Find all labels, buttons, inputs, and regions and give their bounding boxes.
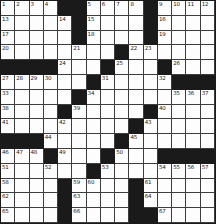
white-cell[interactable] <box>172 45 186 60</box>
white-cell[interactable] <box>172 16 186 31</box>
white-cell[interactable] <box>44 208 58 223</box>
white-cell[interactable] <box>201 193 215 208</box>
clue-number: 64 <box>145 193 152 199</box>
white-cell[interactable] <box>129 149 143 164</box>
white-cell[interactable] <box>101 134 115 149</box>
black-cell <box>72 1 86 16</box>
white-cell[interactable] <box>87 45 101 60</box>
white-cell[interactable]: 13 <box>1 16 15 31</box>
white-cell[interactable]: 2 <box>15 1 29 16</box>
clue-number: 55 <box>173 164 180 170</box>
clue-number: 62 <box>2 193 9 199</box>
black-cell <box>115 45 129 60</box>
white-cell[interactable] <box>129 60 143 75</box>
white-cell[interactable] <box>186 16 200 31</box>
white-cell[interactable]: 58 <box>1 179 15 194</box>
white-cell[interactable]: 7 <box>115 1 129 16</box>
black-cell <box>1 60 15 75</box>
white-cell[interactable] <box>15 105 29 120</box>
white-cell[interactable]: 66 <box>72 208 86 223</box>
white-cell[interactable] <box>172 105 186 120</box>
clue-number: 63 <box>73 193 80 199</box>
white-cell[interactable] <box>172 31 186 46</box>
clue-number: 38 <box>2 105 9 111</box>
white-cell[interactable] <box>158 90 172 105</box>
white-cell[interactable] <box>30 193 44 208</box>
black-cell <box>30 134 44 149</box>
clue-number: 2 <box>16 1 19 7</box>
white-cell[interactable]: 57 <box>201 164 215 179</box>
clue-number: 41 <box>2 119 9 125</box>
clue-number: 50 <box>116 149 123 155</box>
clue-number: 42 <box>59 119 66 125</box>
clue-number: 61 <box>145 179 152 185</box>
white-cell[interactable] <box>101 90 115 105</box>
white-cell[interactable] <box>115 105 129 120</box>
clue-number: 67 <box>159 208 166 214</box>
black-cell <box>201 149 215 164</box>
white-cell[interactable] <box>44 179 58 194</box>
clue-number: 60 <box>88 179 95 185</box>
white-cell[interactable] <box>186 31 200 46</box>
black-cell <box>87 164 101 179</box>
clue-number: 59 <box>73 179 80 185</box>
black-cell <box>144 31 158 46</box>
black-cell <box>129 193 143 208</box>
white-cell[interactable] <box>144 90 158 105</box>
white-cell[interactable] <box>158 179 172 194</box>
white-cell[interactable] <box>144 134 158 149</box>
white-cell[interactable]: 67 <box>158 208 172 223</box>
white-cell[interactable] <box>172 134 186 149</box>
white-cell[interactable]: 30 <box>44 75 58 90</box>
white-cell[interactable] <box>87 60 101 75</box>
black-cell <box>186 75 200 90</box>
white-cell[interactable]: 20 <box>1 45 15 60</box>
white-cell[interactable]: 37 <box>201 90 215 105</box>
white-cell[interactable]: 24 <box>58 60 72 75</box>
white-cell[interactable] <box>58 31 72 46</box>
white-cell[interactable] <box>115 75 129 90</box>
white-cell[interactable]: 39 <box>72 105 86 120</box>
white-cell[interactable] <box>201 208 215 223</box>
white-cell[interactable]: 26 <box>172 60 186 75</box>
clue-number: 18 <box>88 31 95 37</box>
white-cell[interactable]: 9 <box>158 1 172 16</box>
clue-number: 49 <box>59 149 66 155</box>
white-cell[interactable]: 5 <box>87 1 101 16</box>
clue-number: 8 <box>130 1 133 7</box>
clue-number: 57 <box>202 164 209 170</box>
white-cell[interactable] <box>201 60 215 75</box>
white-cell[interactable] <box>201 105 215 120</box>
white-cell[interactable] <box>129 105 143 120</box>
white-cell[interactable] <box>58 134 72 149</box>
white-cell[interactable] <box>101 16 115 31</box>
white-cell[interactable] <box>201 45 215 60</box>
white-cell[interactable]: 63 <box>72 193 86 208</box>
white-cell[interactable] <box>101 31 115 46</box>
white-cell[interactable]: 15 <box>87 16 101 31</box>
white-cell[interactable] <box>15 208 29 223</box>
white-cell[interactable]: 23 <box>144 45 158 60</box>
white-cell[interactable] <box>129 75 143 90</box>
white-cell[interactable] <box>186 179 200 194</box>
white-cell[interactable]: 8 <box>129 1 143 16</box>
white-cell[interactable] <box>15 179 29 194</box>
black-cell <box>101 149 115 164</box>
black-cell <box>15 60 29 75</box>
black-cell <box>144 105 158 120</box>
black-cell <box>72 16 86 31</box>
white-cell[interactable] <box>186 60 200 75</box>
clue-number: 13 <box>2 16 9 22</box>
clue-number: 25 <box>116 60 123 66</box>
white-cell[interactable] <box>144 164 158 179</box>
white-cell[interactable] <box>44 90 58 105</box>
white-cell[interactable]: 3 <box>30 1 44 16</box>
white-cell[interactable] <box>172 193 186 208</box>
clue-number: 58 <box>2 179 9 185</box>
clue-number: 15 <box>88 16 95 22</box>
white-cell[interactable] <box>15 164 29 179</box>
clue-number: 24 <box>59 60 66 66</box>
white-cell[interactable]: 43 <box>144 119 158 134</box>
clue-number: 4 <box>45 1 48 7</box>
white-cell[interactable]: 51 <box>1 164 15 179</box>
white-cell[interactable]: 33 <box>1 90 15 105</box>
white-cell[interactable] <box>186 134 200 149</box>
white-cell[interactable] <box>201 31 215 46</box>
white-cell[interactable] <box>201 16 215 31</box>
white-cell[interactable]: 55 <box>172 164 186 179</box>
white-cell[interactable]: 50 <box>115 149 129 164</box>
black-cell <box>144 1 158 16</box>
white-cell[interactable] <box>30 208 44 223</box>
white-cell[interactable]: 62 <box>1 193 15 208</box>
white-cell[interactable] <box>72 149 86 164</box>
clue-number: 35 <box>173 90 180 96</box>
white-cell[interactable]: 46 <box>1 149 15 164</box>
white-cell[interactable] <box>30 164 44 179</box>
black-cell <box>172 75 186 90</box>
black-cell <box>30 60 44 75</box>
white-cell[interactable]: 31 <box>101 75 115 90</box>
white-cell[interactable] <box>115 179 129 194</box>
clue-number: 51 <box>2 164 9 170</box>
white-cell[interactable]: 32 <box>158 75 172 90</box>
white-cell[interactable] <box>158 193 172 208</box>
white-cell[interactable]: 14 <box>58 16 72 31</box>
white-cell[interactable]: 4 <box>44 1 58 16</box>
white-cell[interactable] <box>72 164 86 179</box>
white-cell[interactable] <box>30 45 44 60</box>
white-cell[interactable] <box>158 134 172 149</box>
black-cell <box>58 208 72 223</box>
white-cell[interactable] <box>44 45 58 60</box>
clue-number: 65 <box>2 208 9 214</box>
clue-number: 21 <box>73 45 80 51</box>
white-cell[interactable]: 42 <box>58 119 72 134</box>
white-cell[interactable]: 56 <box>186 164 200 179</box>
white-cell[interactable] <box>186 119 200 134</box>
white-cell[interactable]: 11 <box>186 1 200 16</box>
white-cell[interactable]: 59 <box>72 179 86 194</box>
white-cell[interactable] <box>129 31 143 46</box>
white-cell[interactable] <box>186 193 200 208</box>
white-cell[interactable] <box>101 193 115 208</box>
black-cell <box>72 31 86 46</box>
white-cell[interactable]: 52 <box>44 164 58 179</box>
white-cell[interactable] <box>87 134 101 149</box>
clue-number: 36 <box>187 90 194 96</box>
white-cell[interactable]: 18 <box>87 31 101 46</box>
white-cell[interactable] <box>87 119 101 134</box>
clue-number: 54 <box>159 164 166 170</box>
white-cell[interactable]: 21 <box>72 45 86 60</box>
white-cell[interactable]: 17 <box>1 31 15 46</box>
black-cell <box>158 149 172 164</box>
black-cell <box>186 149 200 164</box>
white-cell[interactable] <box>44 31 58 46</box>
clue-number: 56 <box>187 164 194 170</box>
white-cell[interactable] <box>172 119 186 134</box>
white-cell[interactable] <box>101 119 115 134</box>
white-cell[interactable] <box>58 75 72 90</box>
white-cell[interactable] <box>87 193 101 208</box>
white-cell[interactable]: 41 <box>1 119 15 134</box>
black-cell <box>115 134 129 149</box>
clue-number: 46 <box>2 149 9 155</box>
clue-number: 5 <box>88 1 91 7</box>
clue-number: 48 <box>31 149 38 155</box>
clue-number: 37 <box>202 90 209 96</box>
white-cell[interactable]: 16 <box>158 16 172 31</box>
white-cell[interactable]: 25 <box>115 60 129 75</box>
white-cell[interactable] <box>87 208 101 223</box>
white-cell[interactable] <box>30 90 44 105</box>
white-cell[interactable] <box>58 90 72 105</box>
clue-number: 33 <box>2 90 9 96</box>
white-cell[interactable] <box>30 105 44 120</box>
black-cell <box>58 1 72 16</box>
white-cell[interactable] <box>44 105 58 120</box>
white-cell[interactable] <box>186 45 200 60</box>
clue-number: 9 <box>159 1 162 7</box>
black-cell <box>1 134 15 149</box>
clue-number: 32 <box>159 75 166 81</box>
white-cell[interactable]: 1 <box>1 1 15 16</box>
clue-number: 10 <box>173 1 180 7</box>
white-cell[interactable] <box>30 179 44 194</box>
white-cell[interactable]: 61 <box>144 179 158 194</box>
black-cell <box>58 179 72 194</box>
white-cell[interactable] <box>30 31 44 46</box>
clue-number: 16 <box>159 16 166 22</box>
white-cell[interactable] <box>129 16 143 31</box>
black-cell <box>129 208 143 223</box>
clue-number: 14 <box>59 16 66 22</box>
white-cell[interactable]: 27 <box>1 75 15 90</box>
white-cell[interactable] <box>101 208 115 223</box>
white-cell[interactable] <box>30 119 44 134</box>
clue-number: 47 <box>16 149 23 155</box>
clue-number: 19 <box>159 31 166 37</box>
white-cell[interactable] <box>44 119 58 134</box>
white-cell[interactable] <box>87 149 101 164</box>
black-cell <box>201 75 215 90</box>
white-cell[interactable] <box>115 208 129 223</box>
white-cell[interactable] <box>158 45 172 60</box>
white-cell[interactable] <box>15 45 29 60</box>
white-cell[interactable] <box>30 16 44 31</box>
clue-number: 31 <box>102 75 109 81</box>
black-cell <box>15 134 29 149</box>
white-cell[interactable] <box>15 119 29 134</box>
white-cell[interactable] <box>129 90 143 105</box>
white-cell[interactable]: 48 <box>30 149 44 164</box>
black-cell <box>144 208 158 223</box>
white-cell[interactable] <box>15 16 29 31</box>
white-cell[interactable] <box>58 45 72 60</box>
black-cell <box>129 179 143 194</box>
white-cell[interactable]: 54 <box>158 164 172 179</box>
clue-number: 29 <box>31 75 38 81</box>
clue-number: 23 <box>145 45 152 51</box>
white-cell[interactable] <box>201 179 215 194</box>
white-cell[interactable] <box>115 90 129 105</box>
clue-number: 66 <box>73 208 80 214</box>
clue-number: 7 <box>116 1 119 7</box>
black-cell <box>144 16 158 31</box>
white-cell[interactable] <box>15 90 29 105</box>
white-cell[interactable]: 36 <box>186 90 200 105</box>
clue-number: 44 <box>45 134 52 140</box>
white-cell[interactable]: 47 <box>15 149 29 164</box>
clue-number: 22 <box>130 45 137 51</box>
white-cell[interactable]: 35 <box>172 90 186 105</box>
white-cell[interactable] <box>158 119 172 134</box>
black-cell <box>129 119 143 134</box>
white-cell[interactable] <box>129 164 143 179</box>
clue-number: 39 <box>73 105 80 111</box>
clue-number: 3 <box>31 1 34 7</box>
white-cell[interactable] <box>144 75 158 90</box>
white-cell[interactable] <box>115 16 129 31</box>
white-cell[interactable] <box>72 134 86 149</box>
white-cell[interactable] <box>101 45 115 60</box>
black-cell <box>72 90 86 105</box>
white-cell[interactable] <box>186 208 200 223</box>
white-cell[interactable] <box>15 31 29 46</box>
black-cell <box>87 75 101 90</box>
white-cell[interactable]: 6 <box>101 1 115 16</box>
white-cell[interactable] <box>115 119 129 134</box>
black-cell <box>101 60 115 75</box>
white-cell[interactable]: 22 <box>129 45 143 60</box>
clue-number: 30 <box>45 75 52 81</box>
clue-number: 20 <box>2 45 9 51</box>
white-cell[interactable] <box>172 208 186 223</box>
white-cell[interactable]: 53 <box>101 164 115 179</box>
black-cell <box>44 60 58 75</box>
white-cell[interactable]: 12 <box>201 1 215 16</box>
white-cell[interactable] <box>44 16 58 31</box>
white-cell[interactable] <box>115 31 129 46</box>
clue-number: 34 <box>88 90 95 96</box>
white-cell[interactable] <box>58 164 72 179</box>
white-cell[interactable]: 64 <box>144 193 158 208</box>
white-cell[interactable] <box>186 105 200 120</box>
clue-number: 17 <box>2 31 9 37</box>
white-cell[interactable]: 65 <box>1 208 15 223</box>
black-cell <box>172 149 186 164</box>
white-cell[interactable]: 45 <box>129 134 143 149</box>
white-cell[interactable]: 49 <box>58 149 72 164</box>
white-cell[interactable]: 34 <box>87 90 101 105</box>
white-cell[interactable]: 40 <box>158 105 172 120</box>
white-cell[interactable] <box>101 179 115 194</box>
clue-number: 26 <box>173 60 180 66</box>
white-cell[interactable] <box>15 193 29 208</box>
white-cell[interactable] <box>144 60 158 75</box>
white-cell[interactable] <box>115 193 129 208</box>
white-cell[interactable] <box>72 119 86 134</box>
white-cell[interactable] <box>44 193 58 208</box>
clue-number: 52 <box>45 164 52 170</box>
clue-number: 43 <box>145 119 152 125</box>
clue-number: 12 <box>202 1 209 7</box>
black-cell <box>58 105 72 120</box>
black-cell <box>44 149 58 164</box>
clue-number: 27 <box>2 75 9 81</box>
white-cell[interactable]: 19 <box>158 31 172 46</box>
white-cell[interactable] <box>87 105 101 120</box>
white-cell[interactable] <box>144 149 158 164</box>
white-cell[interactable]: 44 <box>44 134 58 149</box>
white-cell[interactable]: 29 <box>30 75 44 90</box>
crossword-grid: 1234567891011121314151617181920212223242… <box>0 0 216 224</box>
clue-number: 11 <box>187 1 194 7</box>
white-cell[interactable] <box>115 164 129 179</box>
clue-number: 1 <box>2 1 5 7</box>
black-cell <box>58 193 72 208</box>
black-cell <box>158 60 172 75</box>
clue-number: 6 <box>102 1 105 7</box>
white-cell[interactable]: 10 <box>172 1 186 16</box>
white-cell[interactable] <box>201 134 215 149</box>
white-cell[interactable] <box>72 60 86 75</box>
white-cell[interactable]: 60 <box>87 179 101 194</box>
white-cell[interactable]: 28 <box>15 75 29 90</box>
white-cell[interactable] <box>72 75 86 90</box>
white-cell[interactable] <box>101 105 115 120</box>
white-cell[interactable] <box>172 179 186 194</box>
white-cell[interactable]: 38 <box>1 105 15 120</box>
white-cell[interactable] <box>201 119 215 134</box>
clue-number: 53 <box>102 164 109 170</box>
clue-number: 40 <box>159 105 166 111</box>
clue-number: 28 <box>16 75 23 81</box>
clue-number: 45 <box>130 134 137 140</box>
